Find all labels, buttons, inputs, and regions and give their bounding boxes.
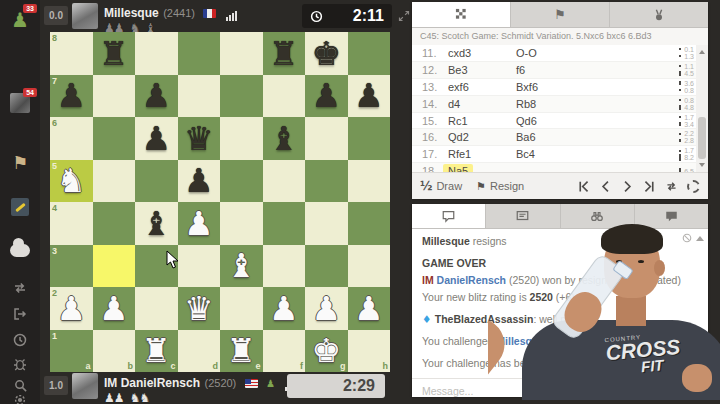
white-rook[interactable]: ♜ [220, 330, 263, 373]
message-input[interactable] [412, 385, 708, 397]
black-rook[interactable]: ♜ [93, 32, 136, 75]
white-move[interactable]: Na5 [448, 165, 516, 172]
player-rating-top: (2441) [163, 7, 195, 19]
file-label-b: b [128, 362, 134, 371]
square-c7[interactable]: ♟ [135, 75, 178, 118]
chat-message: You challenged Millesque (2441): 3|0 rat… [422, 335, 698, 348]
square-d5[interactable]: ♟ [178, 160, 221, 203]
board-grid-icon [455, 8, 468, 21]
square-g3[interactable] [305, 245, 348, 288]
move-times: 2.22.8 [650, 130, 694, 144]
captured-knight: ♞ [139, 391, 149, 404]
left-sidebar: ♟ 33 54 ⚑ [0, 0, 40, 404]
chat-message: Your challenge has been accepted. [422, 357, 698, 370]
square-a4[interactable]: 4 [50, 202, 93, 245]
player-name-bottom[interactable]: IM DanielRensch [104, 376, 200, 390]
move-times: 1.73.4 [650, 114, 694, 128]
history-clock-icon[interactable] [0, 332, 40, 348]
player-bar-bottom: 1.0 IM DanielRensch (2520) ♟ ♟♟♞♞ 2:29 [42, 372, 410, 400]
black-pawn[interactable]: ♟ [50, 75, 93, 118]
white-pawn[interactable]: ♟ [263, 287, 306, 330]
square-b2[interactable]: ♟ [93, 287, 136, 330]
move-number: 15. [422, 115, 448, 127]
white-move[interactable]: Qd2 [448, 131, 516, 143]
square-a8[interactable]: 8 [50, 32, 93, 75]
move-times: 3.60.8 [650, 80, 694, 94]
white-pawn[interactable]: ♟ [93, 287, 136, 330]
settings-gear-icon[interactable] [0, 394, 40, 404]
scroll-up-arrow [699, 50, 705, 54]
nav-prev-button[interactable] [599, 180, 612, 193]
square-e1[interactable]: e♜ [220, 330, 263, 373]
square-g8[interactable]: ♚ [305, 32, 348, 75]
file-label-h: h [383, 362, 389, 371]
square-e3[interactable]: ♝ [220, 245, 263, 288]
move-times: 0.11.3 [650, 46, 694, 60]
square-b6[interactable] [93, 117, 136, 160]
captured-pieces-bottom: ♟♟♞♞ [104, 392, 297, 404]
black-pawn[interactable]: ♟ [135, 75, 178, 118]
square-d2[interactable]: ♛ [178, 287, 221, 330]
square-g5[interactable] [305, 160, 348, 203]
tab-notifications[interactable] [486, 204, 560, 228]
clock-top: 2:11 [302, 4, 392, 28]
draw-button[interactable]: ½ Draw [420, 179, 462, 193]
online-status-icon: ♟ [266, 378, 275, 389]
chat-scroll-up-icon[interactable] [696, 236, 704, 241]
nav-next-button[interactable] [621, 180, 634, 193]
white-pawn[interactable]: ♟ [178, 202, 221, 245]
tab-game[interactable] [412, 2, 511, 27]
black-queen[interactable]: ♛ [178, 117, 221, 160]
match-score-bottom: 1.0 [44, 376, 68, 395]
square-c5[interactable] [135, 160, 178, 203]
square-d4[interactable]: ♟ [178, 202, 221, 245]
white-queen[interactable]: ♛ [178, 287, 221, 330]
black-move[interactable]: Bc4 [516, 148, 584, 160]
square-b5[interactable] [93, 160, 136, 203]
square-c4[interactable]: ♝ [135, 202, 178, 245]
messages-icon[interactable]: 54 [0, 92, 40, 114]
black-rook[interactable]: ♜ [263, 32, 306, 75]
captured-pawn: ♟ [114, 391, 124, 404]
white-move[interactable]: d4 [448, 98, 516, 110]
filled-bubble-icon [664, 209, 679, 223]
clock-bottom: 2:29 [287, 374, 385, 398]
tab-private-chat[interactable] [635, 204, 708, 228]
square-h6[interactable] [348, 117, 391, 160]
home-pawn-icon[interactable]: ♟ 33 [0, 8, 40, 32]
white-knight[interactable]: ♞ [50, 160, 93, 203]
square-b3[interactable] [93, 245, 136, 288]
nav-first-button[interactable] [577, 180, 590, 193]
tab-tournaments[interactable] [610, 2, 708, 27]
square-f6[interactable]: ♝ [263, 117, 306, 160]
nav-last-button[interactable] [643, 180, 656, 193]
flip-board-icon[interactable] [0, 280, 40, 296]
square-e2[interactable] [220, 287, 263, 330]
square-e4[interactable] [220, 202, 263, 245]
move-panel: ⚑ C45: Scotch Game: Schmidt Variation. 5… [412, 2, 708, 198]
disable-chat-icon[interactable] [682, 233, 692, 243]
square-h1[interactable]: h [348, 330, 391, 373]
move-number: 11. [422, 47, 448, 59]
square-a5[interactable]: 5♞ [50, 160, 93, 203]
square-f4[interactable] [263, 202, 306, 245]
move-row: 17.Rfe1Bc41.78.2 [412, 146, 708, 163]
square-h2[interactable]: ♟ [348, 287, 391, 330]
square-d3[interactable] [178, 245, 221, 288]
square-h5[interactable] [348, 160, 391, 203]
chat-message: GAME OVER [422, 257, 698, 270]
player-bar-top: 0.0 Millesque (2441) ♟♟♞♝ 2:11 [42, 2, 410, 30]
square-g6[interactable] [305, 117, 348, 160]
square-a6[interactable]: 6 [50, 117, 93, 160]
move-times: 1.78.2 [650, 147, 694, 161]
black-king[interactable]: ♚ [305, 32, 348, 75]
move-row: 12.Be3f61.14.5 [412, 62, 708, 79]
chat-message: IM DanielRensch (2520) won by resignatio… [422, 274, 698, 287]
square-a7[interactable]: 7♟ [50, 75, 93, 118]
square-h7[interactable]: ♟ [348, 75, 391, 118]
square-c8[interactable] [135, 32, 178, 75]
chat-message: ♦ TheBlazedAssassin: well played × [422, 313, 698, 326]
rank-label-8: 8 [52, 34, 57, 43]
square-b4[interactable] [93, 202, 136, 245]
move-number: 16. [422, 131, 448, 143]
messages-badge: 54 [23, 88, 37, 97]
move-number: 12. [422, 64, 448, 76]
move-row: 18.Na56.5 [412, 163, 708, 172]
tab-chat[interactable] [412, 204, 486, 228]
tab-new-game[interactable]: ⚑ [511, 2, 610, 27]
flip-board-button[interactable] [665, 180, 678, 193]
square-c3[interactable] [135, 245, 178, 288]
chat-message: Millesque resigns [422, 235, 698, 248]
square-f3[interactable] [263, 245, 306, 288]
edit-pencil-icon[interactable] [0, 196, 40, 218]
square-e5[interactable] [220, 160, 263, 203]
black-move[interactable]: Qd6 [516, 115, 584, 127]
avatar-bottom[interactable] [72, 373, 98, 399]
settings-gear-button[interactable] [687, 180, 700, 193]
white-pawn[interactable]: ♟ [348, 287, 391, 330]
white-move[interactable]: cxd3 [448, 47, 516, 59]
expand-icon[interactable] [398, 8, 410, 26]
square-f8[interactable]: ♜ [263, 32, 306, 75]
resign-button[interactable]: ⚑ Resign [476, 180, 524, 193]
black-pawn[interactable]: ♟ [178, 160, 221, 203]
player-rating-bottom: (2520) [204, 377, 236, 389]
chess-board: 8♜♜♚7♟♟♟♟6♟♛♝5♞♟4♝♟3♝2♟♟♛♟♟♟1abc♜de♜fg♚h [50, 32, 390, 372]
live-chess-flag-icon[interactable]: ⚑ [0, 150, 40, 174]
move-row: 15.Rc1Qd61.73.4 [412, 113, 708, 130]
rank-label-1: 1 [52, 332, 57, 341]
bug-report-icon[interactable] [0, 356, 40, 372]
white-pawn[interactable]: ♟ [50, 287, 93, 330]
usa-flag-icon [245, 379, 258, 388]
square-d8[interactable] [178, 32, 221, 75]
thought-cloud-icon[interactable] [0, 240, 40, 260]
square-f1[interactable]: f [263, 330, 306, 373]
black-bishop[interactable]: ♝ [135, 202, 178, 245]
white-pawn[interactable]: ♟ [305, 287, 348, 330]
move-list-scrollbar[interactable] [696, 45, 708, 172]
username-link[interactable]: Millesque [496, 335, 544, 347]
square-h4[interactable] [348, 202, 391, 245]
square-f2[interactable]: ♟ [263, 287, 306, 330]
move-number: 17. [422, 148, 448, 160]
square-h3[interactable] [348, 245, 391, 288]
chat-panel: Millesque resignsGAME OVERIM DanielRensc… [412, 204, 708, 396]
search-icon[interactable] [0, 378, 40, 392]
square-d6[interactable]: ♛ [178, 117, 221, 160]
square-e8[interactable] [220, 32, 263, 75]
square-h8[interactable] [348, 32, 391, 75]
square-c2[interactable] [135, 287, 178, 330]
tab-observers[interactable] [561, 204, 635, 228]
square-f7[interactable] [263, 75, 306, 118]
player-name-top[interactable]: Millesque [104, 6, 159, 20]
square-b1[interactable]: b [93, 330, 136, 373]
black-move[interactable]: O-O [516, 47, 584, 59]
white-king[interactable]: ♚ [305, 330, 348, 373]
white-move[interactable]: Rfe1 [448, 148, 516, 160]
square-g7[interactable]: ♟ [305, 75, 348, 118]
rank-label-6: 6 [52, 119, 57, 128]
move-row: 11.cxd3O-O0.11.3 [412, 45, 708, 62]
chat-tabs [412, 204, 708, 229]
square-f5[interactable] [263, 160, 306, 203]
black-pawn[interactable]: ♟ [348, 75, 391, 118]
square-g4[interactable] [305, 202, 348, 245]
clock-icon [310, 10, 323, 23]
binoculars-icon [589, 209, 605, 223]
move-times: 0.84.8 [650, 97, 694, 111]
square-c1[interactable]: c♜ [135, 330, 178, 373]
move-number: 13. [422, 81, 448, 93]
white-move[interactable]: exf6 [448, 81, 516, 93]
move-list: 11.cxd3O-O0.11.312.Be3f61.14.513.exf6Bxf… [412, 45, 708, 172]
match-score-top: 0.0 [44, 6, 68, 25]
square-d7[interactable] [178, 75, 221, 118]
game-controls: ½ Draw ⚑ Resign [412, 172, 708, 199]
square-c6[interactable]: ♟ [135, 117, 178, 160]
square-d1[interactable]: d [178, 330, 221, 373]
scroll-down-arrow [699, 163, 705, 167]
chat-messages: Millesque resignsGAME OVERIM DanielRensc… [412, 229, 708, 378]
move-panel-tabs: ⚑ [412, 2, 708, 28]
captured-pawn: ♟ [104, 391, 114, 404]
rank-label-3: 3 [52, 247, 57, 256]
chat-input-row [412, 378, 708, 402]
square-b7[interactable] [93, 75, 136, 118]
white-move[interactable]: Rc1 [448, 115, 516, 127]
file-label-f: f [300, 362, 303, 371]
square-e7[interactable] [220, 75, 263, 118]
medal-icon [652, 8, 666, 22]
white-rook[interactable]: ♜ [135, 330, 178, 373]
avatar-top[interactable] [72, 3, 98, 29]
square-a1[interactable]: 1a [50, 330, 93, 373]
chat-message: Your new blitz rating is 2520 (+6). [422, 291, 698, 304]
move-number: 14. [422, 98, 448, 110]
scrollbar-thumb [698, 117, 706, 159]
move-times: 1.14.5 [650, 63, 694, 77]
connection-bars-top [226, 3, 238, 21]
black-bishop[interactable]: ♝ [263, 117, 306, 160]
rank-label-4: 4 [52, 204, 57, 213]
square-e6[interactable] [220, 117, 263, 160]
move-times: 6.5 [650, 168, 694, 172]
black-move[interactable]: Rb8 [516, 98, 584, 110]
white-bishop[interactable]: ♝ [220, 245, 263, 288]
black-pawn[interactable]: ♟ [305, 75, 348, 118]
square-a3[interactable]: 3 [50, 245, 93, 288]
opening-name: C45: Scotch Game: Schmidt Variation. 5.N… [412, 28, 708, 45]
flag-icon: ⚑ [554, 7, 566, 22]
chat-bubble-icon [441, 209, 456, 223]
black-move[interactable]: Ba6 [516, 131, 584, 143]
username-link[interactable]: DanielRensch [437, 274, 506, 286]
france-flag-icon [203, 9, 216, 18]
move-row: 14.d4Rb80.84.8 [412, 96, 708, 113]
chat-lines-icon [515, 209, 530, 223]
move-row: 13.exf6Bxf63.60.8 [412, 79, 708, 96]
black-move[interactable]: f6 [516, 64, 584, 76]
white-move[interactable]: Be3 [448, 64, 516, 76]
black-pawn[interactable]: ♟ [135, 117, 178, 160]
resign-flag-icon: ⚑ [476, 180, 486, 193]
square-g2[interactable]: ♟ [305, 287, 348, 330]
exit-icon[interactable] [0, 306, 40, 322]
square-b8[interactable]: ♜ [93, 32, 136, 75]
alerts-badge: 33 [23, 4, 37, 13]
captured-knight: ♞ [130, 391, 140, 404]
black-move[interactable]: Bxf6 [516, 81, 584, 93]
square-g1[interactable]: g♚ [305, 330, 348, 373]
file-label-a: a [85, 362, 90, 371]
file-label-d: d [213, 362, 219, 371]
move-row: 16.Qd2Ba62.22.8 [412, 129, 708, 146]
square-a2[interactable]: 2♟ [50, 287, 93, 330]
